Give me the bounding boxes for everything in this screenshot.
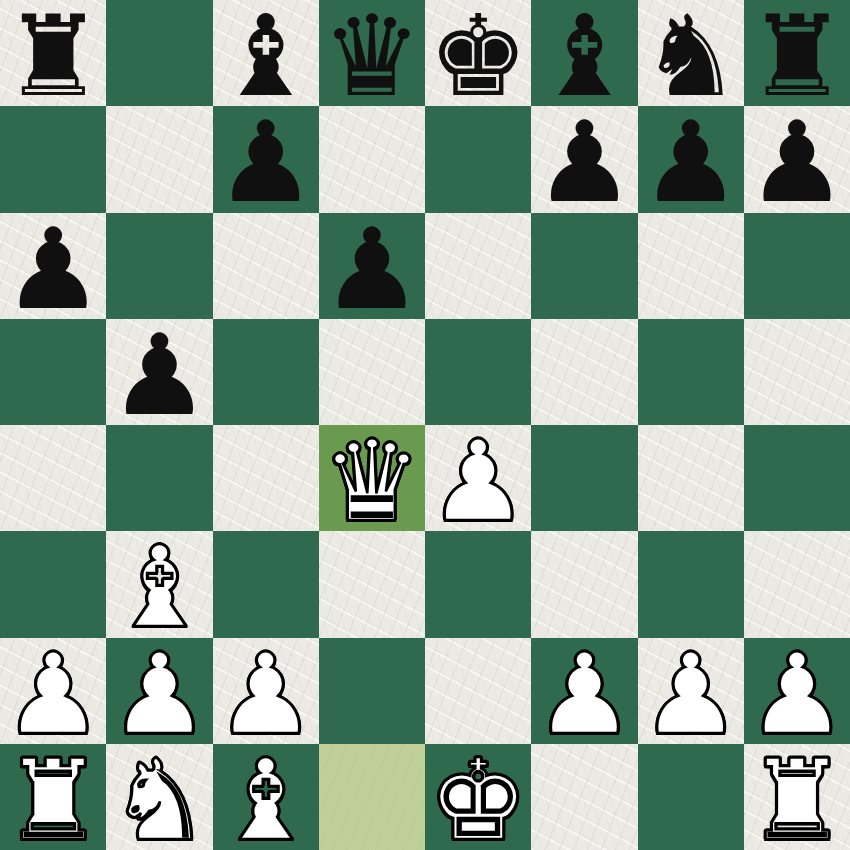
square-a3[interactable] (0, 531, 106, 637)
square-c4[interactable] (213, 425, 319, 531)
square-a1[interactable]: ♜ (0, 744, 106, 850)
piece-black-king[interactable]: ♚ (428, 0, 528, 106)
piece-white-pawn[interactable]: ♟ (3, 638, 103, 744)
square-h7[interactable]: ♟ (744, 106, 850, 212)
square-b4[interactable] (106, 425, 212, 531)
square-b8[interactable] (106, 0, 212, 106)
square-d4[interactable]: ♛ (319, 425, 425, 531)
square-g4[interactable] (638, 425, 744, 531)
square-a5[interactable] (0, 319, 106, 425)
piece-black-pawn[interactable]: ♟ (3, 213, 103, 319)
square-h3[interactable] (744, 531, 850, 637)
square-e8[interactable]: ♚ (425, 0, 531, 106)
piece-black-pawn[interactable]: ♟ (640, 106, 740, 212)
square-d8[interactable]: ♛ (319, 0, 425, 106)
square-a2[interactable]: ♟ (0, 638, 106, 744)
piece-white-king[interactable]: ♚ (428, 744, 528, 850)
square-d1[interactable] (319, 744, 425, 850)
piece-black-pawn[interactable]: ♟ (109, 319, 209, 425)
piece-black-pawn[interactable]: ♟ (322, 213, 422, 319)
square-h6[interactable] (744, 213, 850, 319)
square-f8[interactable]: ♝ (531, 0, 637, 106)
chess-board: ♜♝♛♚♝♞♜♟♟♟♟♟♟♟♛♟♝♟♟♟♟♟♟♜♞♝♚♜ (0, 0, 850, 850)
square-h5[interactable] (744, 319, 850, 425)
square-b2[interactable]: ♟ (106, 638, 212, 744)
square-h4[interactable] (744, 425, 850, 531)
square-d3[interactable] (319, 531, 425, 637)
square-e3[interactable] (425, 531, 531, 637)
piece-white-bishop[interactable]: ♝ (215, 744, 315, 850)
piece-black-pawn[interactable]: ♟ (747, 106, 847, 212)
square-a8[interactable]: ♜ (0, 0, 106, 106)
square-a7[interactable] (0, 106, 106, 212)
square-g5[interactable] (638, 319, 744, 425)
piece-white-queen[interactable]: ♛ (322, 425, 422, 531)
square-h8[interactable]: ♜ (744, 0, 850, 106)
square-b3[interactable]: ♝ (106, 531, 212, 637)
square-a6[interactable]: ♟ (0, 213, 106, 319)
square-c1[interactable]: ♝ (213, 744, 319, 850)
piece-white-pawn[interactable]: ♟ (109, 638, 209, 744)
piece-black-knight[interactable]: ♞ (640, 0, 740, 106)
piece-black-queen[interactable]: ♛ (322, 0, 422, 106)
square-g2[interactable]: ♟ (638, 638, 744, 744)
square-f6[interactable] (531, 213, 637, 319)
square-e7[interactable] (425, 106, 531, 212)
square-b7[interactable] (106, 106, 212, 212)
piece-black-rook[interactable]: ♜ (747, 0, 847, 106)
piece-black-bishop[interactable]: ♝ (534, 0, 634, 106)
square-c8[interactable]: ♝ (213, 0, 319, 106)
square-g1[interactable] (638, 744, 744, 850)
square-e5[interactable] (425, 319, 531, 425)
piece-white-pawn[interactable]: ♟ (747, 638, 847, 744)
square-h2[interactable]: ♟ (744, 638, 850, 744)
piece-white-pawn[interactable]: ♟ (215, 638, 315, 744)
square-e2[interactable] (425, 638, 531, 744)
piece-black-rook[interactable]: ♜ (3, 0, 103, 106)
square-f5[interactable] (531, 319, 637, 425)
piece-black-pawn[interactable]: ♟ (215, 106, 315, 212)
piece-white-pawn[interactable]: ♟ (640, 638, 740, 744)
square-g8[interactable]: ♞ (638, 0, 744, 106)
square-f4[interactable] (531, 425, 637, 531)
square-c6[interactable] (213, 213, 319, 319)
piece-black-bishop[interactable]: ♝ (215, 0, 315, 106)
chess-board-container: ♜♝♛♚♝♞♜♟♟♟♟♟♟♟♛♟♝♟♟♟♟♟♟♜♞♝♚♜ (0, 0, 850, 850)
square-g6[interactable] (638, 213, 744, 319)
square-f3[interactable] (531, 531, 637, 637)
piece-black-pawn[interactable]: ♟ (534, 106, 634, 212)
square-e1[interactable]: ♚ (425, 744, 531, 850)
square-f7[interactable]: ♟ (531, 106, 637, 212)
square-c2[interactable]: ♟ (213, 638, 319, 744)
square-g7[interactable]: ♟ (638, 106, 744, 212)
square-a4[interactable] (0, 425, 106, 531)
piece-white-pawn[interactable]: ♟ (428, 425, 528, 531)
square-f2[interactable]: ♟ (531, 638, 637, 744)
square-c5[interactable] (213, 319, 319, 425)
square-e4[interactable]: ♟ (425, 425, 531, 531)
square-g3[interactable] (638, 531, 744, 637)
square-d6[interactable]: ♟ (319, 213, 425, 319)
piece-white-knight[interactable]: ♞ (109, 744, 209, 850)
square-c3[interactable] (213, 531, 319, 637)
square-d5[interactable] (319, 319, 425, 425)
piece-white-pawn[interactable]: ♟ (534, 638, 634, 744)
square-h1[interactable]: ♜ (744, 744, 850, 850)
square-e6[interactable] (425, 213, 531, 319)
square-c7[interactable]: ♟ (213, 106, 319, 212)
square-d2[interactable] (319, 638, 425, 744)
square-b6[interactable] (106, 213, 212, 319)
square-b1[interactable]: ♞ (106, 744, 212, 850)
piece-white-bishop[interactable]: ♝ (109, 531, 209, 637)
square-f1[interactable] (531, 744, 637, 850)
square-b5[interactable]: ♟ (106, 319, 212, 425)
square-d7[interactable] (319, 106, 425, 212)
piece-white-rook[interactable]: ♜ (3, 744, 103, 850)
piece-white-rook[interactable]: ♜ (747, 744, 847, 850)
